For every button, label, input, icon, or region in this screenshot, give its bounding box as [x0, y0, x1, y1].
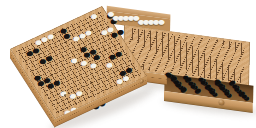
hoshi-point	[64, 94, 66, 96]
go-stone-black: ●	[46, 82, 56, 90]
go-set-photo: ●●●●●●●●●●●●●●●●●●●●●●●●●●●●●●●●●●●●●●●●…	[0, 0, 256, 128]
go-stone-black: ●	[44, 55, 54, 63]
go-stone-black: ●	[25, 50, 35, 58]
hoshi-point	[149, 37, 151, 38]
go-stone-white: ●	[46, 33, 56, 41]
go-stone-black: ●	[108, 53, 118, 61]
go-stone-black: ●	[82, 51, 92, 59]
hoshi-point	[149, 63, 151, 64]
hoshi-point	[222, 73, 224, 74]
hoshi-point	[222, 60, 224, 61]
go-stone-white: ●	[89, 62, 99, 70]
go-stone-black: ●	[92, 53, 102, 61]
hoshi-point	[149, 50, 151, 51]
hoshi-point	[186, 55, 188, 56]
front-board-knob	[140, 78, 143, 83]
go-stone-black: ●	[52, 79, 62, 87]
go-stone-white: ●	[34, 39, 44, 47]
hoshi-point	[186, 42, 188, 43]
hoshi-point	[51, 74, 53, 76]
go-stone-white: ●	[68, 92, 78, 100]
go-stone-white: ●	[121, 75, 131, 83]
go-stone-black: ●	[62, 32, 72, 40]
hoshi-point	[91, 29, 93, 31]
hoshi-point	[117, 69, 119, 71]
go-stone-white: ●	[105, 61, 115, 69]
go-stone-white: ●	[79, 59, 89, 67]
hoshi-point	[185, 68, 187, 69]
go-stone-black: ●	[109, 31, 119, 39]
hoshi-point	[90, 82, 92, 84]
go-stone-black: ●	[36, 79, 46, 87]
go-stone-white: ●	[100, 29, 110, 37]
go-stone-black: ●	[42, 77, 52, 85]
drawer-knob	[219, 99, 224, 105]
go-stone-white: ●	[78, 32, 88, 40]
go-stone-black: ●	[88, 48, 98, 56]
go-stone-white: ●	[115, 78, 125, 86]
hoshi-point	[77, 62, 79, 64]
go-stone-white: ●	[40, 36, 50, 44]
hoshi-point	[104, 49, 106, 51]
go-stone-black: ●	[59, 27, 69, 35]
go-stone-white: ●	[75, 89, 85, 97]
hoshi-point	[37, 54, 39, 56]
hoshi-point	[222, 47, 224, 48]
go-stone-white: ●	[72, 35, 82, 43]
go-stone-black: ●	[124, 66, 134, 74]
go-stone-white: ●	[106, 26, 116, 34]
go-stone-white: ●	[89, 13, 99, 21]
go-stone-black: ●	[33, 74, 43, 82]
hoshi-point	[64, 41, 66, 43]
go-stone-black: ●	[79, 46, 89, 54]
go-stone-black: ●	[38, 58, 48, 66]
go-stone-black: ●	[114, 50, 124, 58]
